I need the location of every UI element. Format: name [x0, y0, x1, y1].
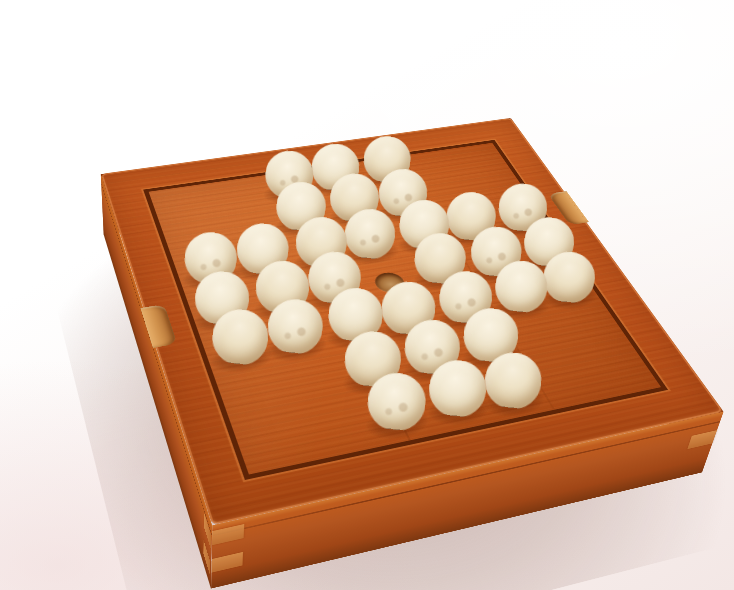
board-cell-r6c2 — [354, 389, 435, 447]
game-board — [149, 143, 661, 475]
photo-background — [0, 0, 734, 590]
solitaire-box — [101, 118, 724, 525]
dovetail-joint — [212, 524, 244, 545]
scene — [0, 0, 734, 590]
dovetail-joint — [211, 552, 243, 573]
